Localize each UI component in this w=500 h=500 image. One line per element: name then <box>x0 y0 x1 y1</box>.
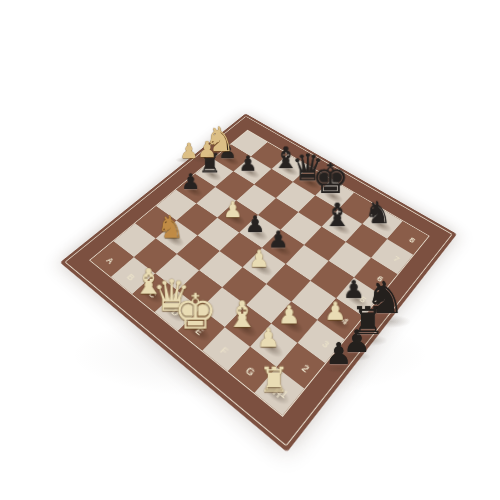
white-knight[interactable]: ♞ <box>136 213 205 242</box>
black-bishop[interactable]: ♝ <box>303 199 371 230</box>
black-pawn[interactable]: ♟ <box>158 172 223 192</box>
perspective-scene: ♝♛♚♞♟♟♝♜♟♟♟♟♟♟♟♞♟♝♟♝♛♚♜ A B C D E F G H … <box>0 0 500 500</box>
chess-scene: ♝♛♚♞♟♟♝♜♟♟♟♟♟♟♟♞♟♝♟♝♛♚♜ A B C D E F G H … <box>0 0 500 500</box>
white-pawn[interactable]: ♟ <box>223 248 295 270</box>
offboard-white-knight[interactable]: ♞ <box>198 122 242 156</box>
white-rook[interactable]: ♜ <box>232 365 315 398</box>
white-pawn[interactable]: ♟ <box>229 326 308 351</box>
black-king[interactable]: ♚ <box>298 159 364 198</box>
white-king[interactable]: ♚ <box>157 289 235 335</box>
offboard-black-knight[interactable]: ♞ <box>363 276 407 320</box>
